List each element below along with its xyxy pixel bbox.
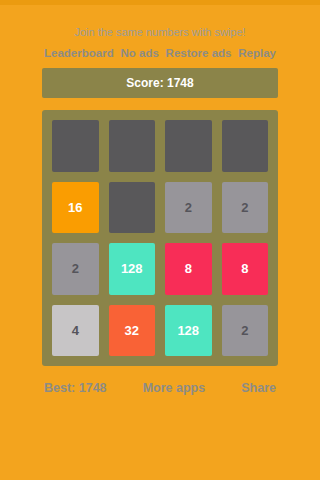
tile-128: 128 — [165, 305, 212, 357]
more-apps-button[interactable]: More apps — [143, 381, 206, 395]
tile-16: 16 — [52, 182, 99, 234]
replay-button[interactable]: Replay — [238, 47, 276, 59]
status-bar-strip — [0, 0, 320, 5]
tile-2: 2 — [222, 305, 269, 357]
leaderboard-button[interactable]: Leaderboard — [44, 47, 114, 59]
tile-32: 32 — [109, 305, 156, 357]
empty-cell — [222, 120, 269, 172]
empty-cell — [165, 120, 212, 172]
score-bar: Score: 1748 — [42, 68, 278, 98]
tile-2: 2 — [52, 243, 99, 295]
game-board[interactable]: 16222128884321282 — [42, 110, 278, 366]
empty-cell — [109, 182, 156, 234]
tile-4: 4 — [52, 305, 99, 357]
empty-cell — [52, 120, 99, 172]
tile-8: 8 — [222, 243, 269, 295]
tile-128: 128 — [109, 243, 156, 295]
best-score-label: Best: 1748 — [44, 381, 107, 395]
no-ads-button[interactable]: No ads — [120, 47, 158, 59]
bottom-bar: Best: 1748 More apps Share — [44, 381, 276, 395]
tile-8: 8 — [165, 243, 212, 295]
empty-cell — [109, 120, 156, 172]
tile-2: 2 — [222, 182, 269, 234]
restore-ads-button[interactable]: Restore ads — [166, 47, 232, 59]
tile-2: 2 — [165, 182, 212, 234]
tagline-text: Join the same numbers with swipe! — [0, 26, 320, 38]
top-menu: Leaderboard No ads Restore ads Replay — [44, 47, 276, 59]
score-label: Score: 1748 — [126, 76, 193, 90]
share-button[interactable]: Share — [241, 381, 276, 395]
